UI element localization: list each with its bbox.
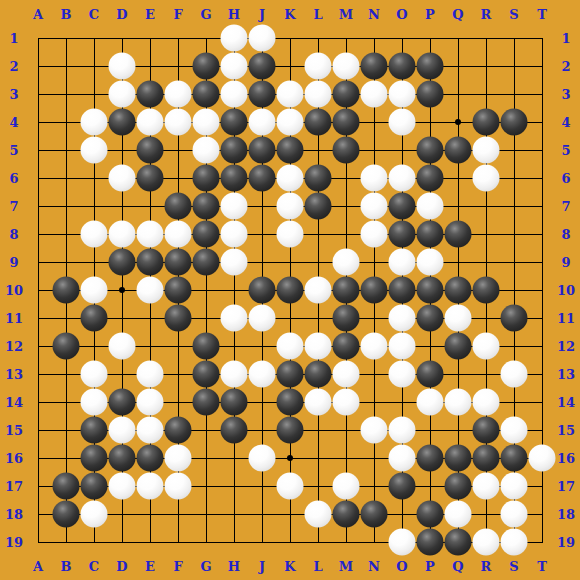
row-label-left: 10: [5, 284, 23, 297]
row-label-left: 8: [9, 228, 18, 241]
row-label-left: 4: [9, 116, 18, 129]
row-label-left: 3: [9, 88, 18, 101]
row-label-right: 15: [557, 424, 575, 437]
stone-white-F3[interactable]: [165, 81, 192, 108]
row-label-right: 1: [561, 32, 570, 45]
stone-white-N3[interactable]: [361, 81, 388, 108]
stone-black-F7[interactable]: [165, 193, 192, 220]
row-label-left: 13: [5, 368, 23, 381]
stone-black-D16[interactable]: [109, 445, 136, 472]
column-label-bottom: K: [284, 560, 295, 573]
stone-black-M12[interactable]: [333, 333, 360, 360]
stone-white-M14[interactable]: [333, 389, 360, 416]
stone-white-S13[interactable]: [501, 361, 528, 388]
stone-white-P9[interactable]: [417, 249, 444, 276]
stone-white-R5[interactable]: [473, 137, 500, 164]
row-label-left: 7: [9, 200, 18, 213]
stone-black-R10[interactable]: [473, 277, 500, 304]
stone-white-M13[interactable]: [333, 361, 360, 388]
column-label-bottom: A: [33, 560, 43, 573]
column-label-top: A: [33, 8, 43, 21]
column-label-top: J: [259, 8, 265, 21]
stone-white-E17[interactable]: [137, 473, 164, 500]
stone-black-J3[interactable]: [249, 81, 276, 108]
stone-white-C8[interactable]: [81, 221, 108, 248]
stone-white-S19[interactable]: [501, 529, 528, 556]
stone-white-G5[interactable]: [193, 137, 220, 164]
stone-black-G12[interactable]: [193, 333, 220, 360]
stone-black-Q8[interactable]: [445, 221, 472, 248]
stone-white-J16[interactable]: [249, 445, 276, 472]
stone-white-L10[interactable]: [305, 277, 332, 304]
stone-black-E9[interactable]: [137, 249, 164, 276]
stone-black-E5[interactable]: [137, 137, 164, 164]
stone-white-E4[interactable]: [137, 109, 164, 136]
row-label-right: 19: [557, 536, 575, 549]
stone-black-Q5[interactable]: [445, 137, 472, 164]
column-label-top: R: [481, 8, 492, 21]
column-label-bottom: L: [313, 560, 322, 573]
stone-white-S15[interactable]: [501, 417, 528, 444]
row-label-left: 17: [5, 480, 23, 493]
row-label-left: 14: [5, 396, 23, 409]
column-label-top: O: [396, 8, 407, 21]
stone-white-N8[interactable]: [361, 221, 388, 248]
stone-white-C13[interactable]: [81, 361, 108, 388]
stone-white-N7[interactable]: [361, 193, 388, 220]
stone-black-S4[interactable]: [501, 109, 528, 136]
stone-black-P19[interactable]: [417, 529, 444, 556]
column-label-bottom: N: [368, 560, 380, 573]
stone-white-Q11[interactable]: [445, 305, 472, 332]
row-label-right: 13: [557, 368, 575, 381]
stone-white-D17[interactable]: [109, 473, 136, 500]
stone-black-H6[interactable]: [221, 165, 248, 192]
stone-black-K13[interactable]: [277, 361, 304, 388]
stone-black-F15[interactable]: [165, 417, 192, 444]
stone-white-J13[interactable]: [249, 361, 276, 388]
stone-white-J4[interactable]: [249, 109, 276, 136]
stone-black-Q16[interactable]: [445, 445, 472, 472]
stone-black-Q19[interactable]: [445, 529, 472, 556]
column-label-top: F: [173, 8, 182, 21]
row-label-left: 19: [5, 536, 23, 549]
stone-white-D6[interactable]: [109, 165, 136, 192]
stone-white-E8[interactable]: [137, 221, 164, 248]
stone-white-K8[interactable]: [277, 221, 304, 248]
stone-black-J10[interactable]: [249, 277, 276, 304]
stone-black-K5[interactable]: [277, 137, 304, 164]
stone-white-K7[interactable]: [277, 193, 304, 220]
stone-black-P16[interactable]: [417, 445, 444, 472]
stone-black-D14[interactable]: [109, 389, 136, 416]
row-label-right: 2: [561, 60, 570, 73]
stone-black-Q17[interactable]: [445, 473, 472, 500]
column-label-bottom: C: [89, 560, 99, 573]
column-label-top: T: [537, 8, 547, 21]
stone-white-C10[interactable]: [81, 277, 108, 304]
stone-black-G13[interactable]: [193, 361, 220, 388]
stone-white-D2[interactable]: [109, 53, 136, 80]
column-label-bottom: D: [116, 560, 127, 573]
stone-white-D12[interactable]: [109, 333, 136, 360]
stone-black-H15[interactable]: [221, 417, 248, 444]
stone-white-N6[interactable]: [361, 165, 388, 192]
stone-white-J11[interactable]: [249, 305, 276, 332]
column-label-top: Q: [452, 8, 463, 21]
stone-white-O16[interactable]: [389, 445, 416, 472]
stone-black-R16[interactable]: [473, 445, 500, 472]
stone-black-E16[interactable]: [137, 445, 164, 472]
stone-black-E3[interactable]: [137, 81, 164, 108]
stone-white-R19[interactable]: [473, 529, 500, 556]
row-label-right: 6: [561, 172, 570, 185]
row-label-right: 4: [561, 116, 570, 129]
stone-white-O9[interactable]: [389, 249, 416, 276]
stone-white-K4[interactable]: [277, 109, 304, 136]
stone-white-C4[interactable]: [81, 109, 108, 136]
stone-black-P8[interactable]: [417, 221, 444, 248]
stone-black-D9[interactable]: [109, 249, 136, 276]
stone-white-L2[interactable]: [305, 53, 332, 80]
column-label-bottom: O: [396, 560, 407, 573]
stone-white-L3[interactable]: [305, 81, 332, 108]
stone-black-B12[interactable]: [53, 333, 80, 360]
column-label-bottom: J: [259, 560, 265, 573]
row-label-right: 8: [561, 228, 570, 241]
stone-white-R6[interactable]: [473, 165, 500, 192]
stone-white-F16[interactable]: [165, 445, 192, 472]
stone-black-E6[interactable]: [137, 165, 164, 192]
stone-white-T16[interactable]: [529, 445, 556, 472]
stone-black-P10[interactable]: [417, 277, 444, 304]
column-label-top: G: [200, 8, 211, 21]
stone-black-B18[interactable]: [53, 501, 80, 528]
stone-white-H11[interactable]: [221, 305, 248, 332]
column-label-top: N: [368, 8, 380, 21]
stone-white-N15[interactable]: [361, 417, 388, 444]
stone-white-O4[interactable]: [389, 109, 416, 136]
stone-white-F17[interactable]: [165, 473, 192, 500]
stone-black-D4[interactable]: [109, 109, 136, 136]
stone-black-O2[interactable]: [389, 53, 416, 80]
row-label-right: 9: [561, 256, 570, 269]
go-board[interactable]: AABBCCDDEEFFGGHHJJKKLLMMNNOOPPQQRRSSTT11…: [0, 0, 580, 580]
stone-white-M9[interactable]: [333, 249, 360, 276]
stone-black-Q10[interactable]: [445, 277, 472, 304]
stone-white-O15[interactable]: [389, 417, 416, 444]
stone-black-H5[interactable]: [221, 137, 248, 164]
stone-white-H13[interactable]: [221, 361, 248, 388]
stone-white-E13[interactable]: [137, 361, 164, 388]
stone-black-S16[interactable]: [501, 445, 528, 472]
stone-black-J5[interactable]: [249, 137, 276, 164]
stone-white-H2[interactable]: [221, 53, 248, 80]
row-label-right: 7: [561, 200, 570, 213]
stone-white-H3[interactable]: [221, 81, 248, 108]
row-label-right: 16: [557, 452, 575, 465]
stone-black-L4[interactable]: [305, 109, 332, 136]
stone-white-K6[interactable]: [277, 165, 304, 192]
column-label-bottom: Q: [452, 560, 463, 573]
stone-black-G6[interactable]: [193, 165, 220, 192]
stone-white-H9[interactable]: [221, 249, 248, 276]
stone-white-Q14[interactable]: [445, 389, 472, 416]
column-label-top: C: [89, 8, 99, 21]
stone-black-C16[interactable]: [81, 445, 108, 472]
row-label-left: 2: [9, 60, 18, 73]
stone-black-H14[interactable]: [221, 389, 248, 416]
column-label-top: H: [228, 8, 240, 21]
column-label-bottom: H: [228, 560, 240, 573]
stone-black-O8[interactable]: [389, 221, 416, 248]
stone-black-P18[interactable]: [417, 501, 444, 528]
stone-black-M4[interactable]: [333, 109, 360, 136]
column-label-bottom: G: [200, 560, 211, 573]
stone-black-M5[interactable]: [333, 137, 360, 164]
row-label-left: 12: [5, 340, 23, 353]
stone-white-R14[interactable]: [473, 389, 500, 416]
stone-black-M3[interactable]: [333, 81, 360, 108]
stone-black-C11[interactable]: [81, 305, 108, 332]
row-label-left: 5: [9, 144, 18, 157]
column-label-bottom: S: [509, 560, 518, 573]
stone-white-S17[interactable]: [501, 473, 528, 500]
stone-white-E15[interactable]: [137, 417, 164, 444]
stone-black-O10[interactable]: [389, 277, 416, 304]
stone-white-D8[interactable]: [109, 221, 136, 248]
stone-black-N2[interactable]: [361, 53, 388, 80]
stone-black-L7[interactable]: [305, 193, 332, 220]
stone-white-S18[interactable]: [501, 501, 528, 528]
column-label-bottom: E: [145, 560, 155, 573]
stone-white-O13[interactable]: [389, 361, 416, 388]
column-label-top: M: [339, 8, 353, 21]
column-label-top: E: [145, 8, 155, 21]
row-label-right: 3: [561, 88, 570, 101]
column-label-top: L: [313, 8, 322, 21]
stone-white-C14[interactable]: [81, 389, 108, 416]
row-label-right: 18: [557, 508, 575, 521]
stone-white-L18[interactable]: [305, 501, 332, 528]
star-point-K16: [287, 455, 293, 461]
stone-black-C15[interactable]: [81, 417, 108, 444]
stone-white-J1[interactable]: [249, 25, 276, 52]
stone-white-N12[interactable]: [361, 333, 388, 360]
row-label-right: 10: [557, 284, 575, 297]
row-label-left: 6: [9, 172, 18, 185]
stone-black-P5[interactable]: [417, 137, 444, 164]
stone-white-E14[interactable]: [137, 389, 164, 416]
column-label-top: B: [61, 8, 72, 21]
row-label-right: 14: [557, 396, 575, 409]
stone-black-H4[interactable]: [221, 109, 248, 136]
column-label-top: K: [284, 8, 295, 21]
stone-white-H1[interactable]: [221, 25, 248, 52]
stone-black-J2[interactable]: [249, 53, 276, 80]
row-label-right: 5: [561, 144, 570, 157]
stone-black-M18[interactable]: [333, 501, 360, 528]
stone-white-P7[interactable]: [417, 193, 444, 220]
column-label-bottom: F: [173, 560, 182, 573]
stone-white-O3[interactable]: [389, 81, 416, 108]
stone-black-N10[interactable]: [361, 277, 388, 304]
stone-white-C18[interactable]: [81, 501, 108, 528]
row-label-left: 16: [5, 452, 23, 465]
column-label-top: D: [116, 8, 127, 21]
column-label-bottom: B: [61, 560, 72, 573]
row-label-right: 12: [557, 340, 575, 353]
stone-white-H7[interactable]: [221, 193, 248, 220]
stone-white-C5[interactable]: [81, 137, 108, 164]
star-point-D10: [119, 287, 125, 293]
stone-black-R15[interactable]: [473, 417, 500, 444]
stone-black-P6[interactable]: [417, 165, 444, 192]
stone-black-L6[interactable]: [305, 165, 332, 192]
row-label-left: 9: [9, 256, 18, 269]
stone-black-G3[interactable]: [193, 81, 220, 108]
stone-white-O12[interactable]: [389, 333, 416, 360]
stone-white-K17[interactable]: [277, 473, 304, 500]
stone-black-G7[interactable]: [193, 193, 220, 220]
row-label-left: 15: [5, 424, 23, 437]
stone-white-K3[interactable]: [277, 81, 304, 108]
row-label-right: 11: [557, 312, 575, 325]
stone-black-G2[interactable]: [193, 53, 220, 80]
row-label-right: 17: [557, 480, 575, 493]
stone-black-K10[interactable]: [277, 277, 304, 304]
stone-black-B17[interactable]: [53, 473, 80, 500]
stone-black-P3[interactable]: [417, 81, 444, 108]
row-label-left: 1: [9, 32, 18, 45]
stone-white-H8[interactable]: [221, 221, 248, 248]
stone-black-O17[interactable]: [389, 473, 416, 500]
stone-white-D3[interactable]: [109, 81, 136, 108]
stone-black-B10[interactable]: [53, 277, 80, 304]
stone-black-F11[interactable]: [165, 305, 192, 332]
stone-white-P14[interactable]: [417, 389, 444, 416]
stone-white-G4[interactable]: [193, 109, 220, 136]
stone-black-G9[interactable]: [193, 249, 220, 276]
stone-white-O11[interactable]: [389, 305, 416, 332]
stone-white-D15[interactable]: [109, 417, 136, 444]
stone-white-R12[interactable]: [473, 333, 500, 360]
stone-white-F4[interactable]: [165, 109, 192, 136]
column-label-bottom: P: [425, 560, 435, 573]
stone-white-F8[interactable]: [165, 221, 192, 248]
stone-black-O7[interactable]: [389, 193, 416, 220]
stone-black-G8[interactable]: [193, 221, 220, 248]
column-label-bottom: T: [537, 560, 547, 573]
stone-black-P13[interactable]: [417, 361, 444, 388]
column-label-bottom: M: [339, 560, 353, 573]
stone-black-P2[interactable]: [417, 53, 444, 80]
stone-white-Q18[interactable]: [445, 501, 472, 528]
column-label-top: P: [425, 8, 435, 21]
stone-white-R17[interactable]: [473, 473, 500, 500]
stone-white-M17[interactable]: [333, 473, 360, 500]
column-label-bottom: R: [481, 560, 492, 573]
stone-black-K14[interactable]: [277, 389, 304, 416]
stone-black-G14[interactable]: [193, 389, 220, 416]
stone-black-F9[interactable]: [165, 249, 192, 276]
stone-black-R4[interactable]: [473, 109, 500, 136]
row-label-left: 11: [5, 312, 23, 325]
stone-white-O6[interactable]: [389, 165, 416, 192]
stone-black-S11[interactable]: [501, 305, 528, 332]
star-point-Q4: [455, 119, 461, 125]
stone-white-E10[interactable]: [137, 277, 164, 304]
column-label-top: S: [509, 8, 518, 21]
stone-white-L14[interactable]: [305, 389, 332, 416]
stone-black-M11[interactable]: [333, 305, 360, 332]
stone-black-N18[interactable]: [361, 501, 388, 528]
stone-black-J6[interactable]: [249, 165, 276, 192]
stone-white-M2[interactable]: [333, 53, 360, 80]
stone-black-P11[interactable]: [417, 305, 444, 332]
stone-black-Q12[interactable]: [445, 333, 472, 360]
stone-black-C17[interactable]: [81, 473, 108, 500]
stone-black-K15[interactable]: [277, 417, 304, 444]
stone-white-K12[interactable]: [277, 333, 304, 360]
stone-white-L12[interactable]: [305, 333, 332, 360]
stone-white-O19[interactable]: [389, 529, 416, 556]
stone-black-M10[interactable]: [333, 277, 360, 304]
stone-black-L13[interactable]: [305, 361, 332, 388]
row-label-left: 18: [5, 508, 23, 521]
stone-black-F10[interactable]: [165, 277, 192, 304]
